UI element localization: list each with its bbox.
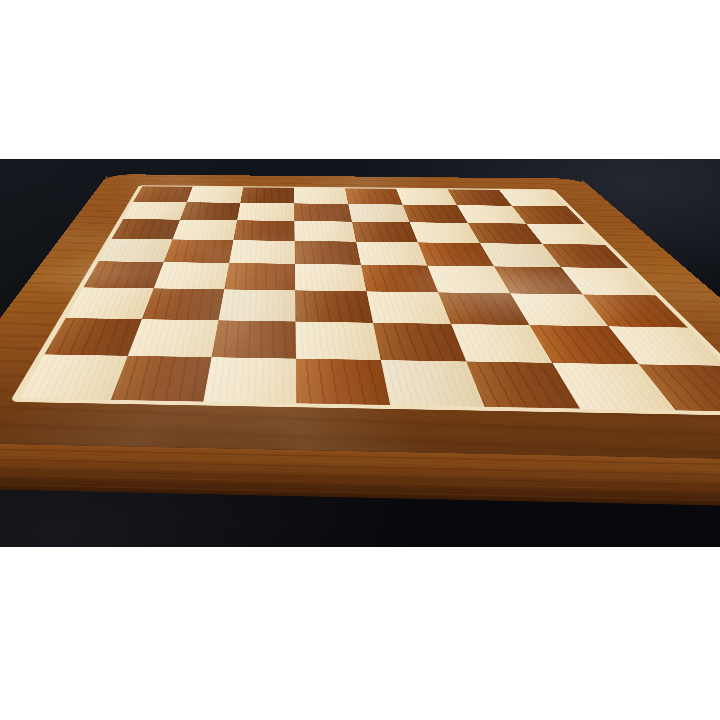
white-margin-top — [0, 0, 720, 159]
square-c3 — [218, 289, 295, 321]
square-e8 — [345, 188, 403, 204]
square-c8 — [240, 187, 294, 203]
square-c4 — [224, 263, 295, 290]
photo-area — [0, 159, 720, 547]
chess-board — [0, 174, 720, 462]
square-d1 — [296, 359, 390, 406]
board-scene — [0, 159, 720, 547]
square-b5 — [164, 239, 234, 263]
white-margin-bottom — [0, 547, 720, 720]
square-b7 — [180, 202, 240, 220]
square-a6 — [112, 219, 180, 239]
square-a5 — [99, 239, 173, 262]
square-e7 — [348, 204, 409, 222]
square-e4 — [361, 265, 438, 293]
